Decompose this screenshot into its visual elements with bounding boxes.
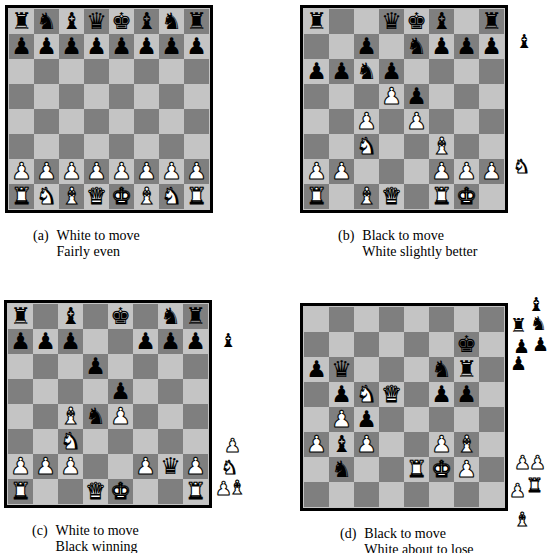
square-a-c6 xyxy=(59,59,84,84)
square-d-d6 xyxy=(379,357,404,382)
square-a-e5 xyxy=(109,84,134,109)
square-b-e6 xyxy=(404,59,429,84)
caption-c-line2: Black winning xyxy=(56,539,139,553)
square-b-g1: ♚ xyxy=(454,184,479,209)
caption-d-line1: Black to move xyxy=(364,526,473,542)
white-pawn-piece: ♟ xyxy=(185,454,206,479)
square-c-e7 xyxy=(108,329,133,354)
black-pawn-piece: ♟ xyxy=(60,329,81,354)
square-a-c4 xyxy=(59,109,84,134)
square-c-g5 xyxy=(158,379,183,404)
captured-white-pawn-icon: ♟ xyxy=(529,452,546,472)
captured-black-bishop-icon: ♝ xyxy=(516,31,533,51)
white-pawn-piece: ♟ xyxy=(135,454,156,479)
square-b-e1 xyxy=(404,184,429,209)
white-bishop-piece: ♝ xyxy=(60,404,81,429)
square-c-b5 xyxy=(33,379,58,404)
square-a-d6 xyxy=(84,59,109,84)
square-a-e8: ♚ xyxy=(109,9,134,34)
square-a-c1: ♝ xyxy=(59,184,84,209)
square-d-h4 xyxy=(479,407,504,432)
square-c-a2: ♟ xyxy=(8,454,33,479)
square-c-a3 xyxy=(8,429,33,454)
square-a-e4 xyxy=(109,109,134,134)
white-pawn-piece: ♟ xyxy=(456,457,477,482)
square-c-g8: ♞ xyxy=(158,304,183,329)
square-b-c7: ♟ xyxy=(354,34,379,59)
square-a-f6 xyxy=(134,59,159,84)
square-c-a1: ♜ xyxy=(8,479,33,504)
square-d-g5: ♟ xyxy=(454,382,479,407)
square-b-e2 xyxy=(404,159,429,184)
square-d-e1 xyxy=(404,482,429,507)
white-rook-piece: ♜ xyxy=(431,184,452,209)
square-d-b6: ♛ xyxy=(329,357,354,382)
black-knight-piece: ♞ xyxy=(331,457,352,482)
white-king-piece: ♚ xyxy=(111,184,132,209)
square-d-d2 xyxy=(379,457,404,482)
square-b-f3: ♝ xyxy=(429,134,454,159)
captured-black-rook-icon: ♜ xyxy=(510,315,527,335)
white-queen-piece: ♛ xyxy=(381,184,402,209)
square-d-h6 xyxy=(479,357,504,382)
black-pawn-piece: ♟ xyxy=(136,34,157,59)
square-a-g5 xyxy=(159,84,184,109)
captured-white-knight-icon: ♞ xyxy=(221,457,238,477)
black-pawn-piece: ♟ xyxy=(135,329,156,354)
white-rook-piece: ♜ xyxy=(11,184,32,209)
square-c-g1 xyxy=(158,479,183,504)
black-pawn-piece: ♟ xyxy=(11,34,32,59)
black-knight-piece: ♞ xyxy=(161,9,182,34)
white-king-piece: ♚ xyxy=(456,184,477,209)
caption-d-label: (d) xyxy=(340,526,356,542)
square-d-b8 xyxy=(329,307,354,332)
black-pawn-piece: ♟ xyxy=(186,34,207,59)
white-bishop-piece: ♝ xyxy=(456,432,477,457)
square-a-b1: ♞ xyxy=(34,184,59,209)
square-d-e4 xyxy=(404,407,429,432)
square-a-c5 xyxy=(59,84,84,109)
square-d-b7 xyxy=(329,332,354,357)
square-b-h6 xyxy=(479,59,504,84)
square-a-a8: ♜ xyxy=(9,9,34,34)
white-pawn-piece: ♟ xyxy=(10,454,31,479)
square-a-a4 xyxy=(9,109,34,134)
square-d-e6 xyxy=(404,357,429,382)
square-d-g3: ♝ xyxy=(454,432,479,457)
black-pawn-piece: ♟ xyxy=(481,34,502,59)
square-b-f6 xyxy=(429,59,454,84)
black-knight-piece: ♞ xyxy=(85,404,106,429)
black-rook-piece: ♜ xyxy=(481,9,502,34)
caption-a: (a) White to move Fairly even xyxy=(5,228,213,260)
square-b-d2 xyxy=(379,159,404,184)
black-pawn-piece: ♟ xyxy=(406,84,427,109)
captured-white-bishop-icon: ♝ xyxy=(229,477,246,497)
square-c-f4 xyxy=(133,404,158,429)
white-queen-piece: ♛ xyxy=(85,479,106,504)
caption-a-line2: Fairly even xyxy=(57,244,140,260)
square-a-h5 xyxy=(184,84,209,109)
square-b-g8 xyxy=(454,9,479,34)
white-pawn-piece: ♟ xyxy=(36,159,57,184)
square-b-d8: ♛ xyxy=(379,9,404,34)
square-c-b4 xyxy=(33,404,58,429)
square-c-h8: ♜ xyxy=(183,304,208,329)
square-b-g4 xyxy=(454,109,479,134)
square-c-a8: ♜ xyxy=(8,304,33,329)
square-d-c2 xyxy=(354,457,379,482)
black-king-piece: ♚ xyxy=(110,304,131,329)
square-c-c7: ♟ xyxy=(58,329,83,354)
square-b-g3 xyxy=(454,134,479,159)
square-a-h1: ♜ xyxy=(184,184,209,209)
caption-a-line1: White to move xyxy=(57,228,140,244)
square-d-e5 xyxy=(404,382,429,407)
square-a-b8: ♞ xyxy=(34,9,59,34)
square-d-h7 xyxy=(479,332,504,357)
black-pawn-piece: ♟ xyxy=(36,34,57,59)
square-c-d2 xyxy=(83,454,108,479)
square-b-h2: ♟ xyxy=(479,159,504,184)
square-a-d4 xyxy=(84,109,109,134)
white-bishop-piece: ♝ xyxy=(431,134,452,159)
square-b-e8: ♚ xyxy=(404,9,429,34)
square-d-a5 xyxy=(304,382,329,407)
caption-a-label: (a) xyxy=(33,228,49,244)
square-a-f1: ♝ xyxy=(134,184,159,209)
captured-black-pawn-icon: ♟ xyxy=(510,353,527,373)
square-c-g6 xyxy=(158,354,183,379)
square-c-a6 xyxy=(8,354,33,379)
black-queen-piece: ♛ xyxy=(160,454,181,479)
black-king-piece: ♚ xyxy=(406,9,427,34)
square-d-g8 xyxy=(454,307,479,332)
white-pawn-piece: ♟ xyxy=(331,159,352,184)
black-bishop-piece: ♝ xyxy=(136,9,157,34)
square-b-b2: ♟ xyxy=(329,159,354,184)
caption-b-label: (b) xyxy=(338,228,354,244)
square-b-d3 xyxy=(379,134,404,159)
square-a-g2: ♟ xyxy=(159,159,184,184)
chess-board-a: ♜♞♝♛♚♝♞♜♟♟♟♟♟♟♟♟♟♟♟♟♟♟♟♟♜♞♝♛♚♝♞♜ xyxy=(5,5,213,213)
square-b-b6: ♟ xyxy=(329,59,354,84)
square-a-a7: ♟ xyxy=(9,34,34,59)
square-d-e3 xyxy=(404,432,429,457)
black-king-piece: ♚ xyxy=(456,332,477,357)
square-b-c6: ♞ xyxy=(354,59,379,84)
square-a-e2: ♟ xyxy=(109,159,134,184)
square-d-f6: ♞ xyxy=(429,357,454,382)
black-rook-piece: ♜ xyxy=(10,304,31,329)
captured-white-bishop-icon: ♝ xyxy=(514,509,531,529)
square-a-a1: ♜ xyxy=(9,184,34,209)
square-a-d3 xyxy=(84,134,109,159)
square-d-c8 xyxy=(354,307,379,332)
square-d-c4: ♟ xyxy=(354,407,379,432)
square-d-b4: ♟ xyxy=(329,407,354,432)
square-b-e4: ♟ xyxy=(404,109,429,134)
black-bishop-piece: ♝ xyxy=(61,9,82,34)
black-pawn-piece: ♟ xyxy=(306,357,327,382)
square-c-f2: ♟ xyxy=(133,454,158,479)
square-b-f8: ♝ xyxy=(429,9,454,34)
black-rook-piece: ♜ xyxy=(456,357,477,382)
white-rook-piece: ♜ xyxy=(306,184,327,209)
square-c-d7 xyxy=(83,329,108,354)
square-c-g4 xyxy=(158,404,183,429)
white-knight-piece: ♞ xyxy=(356,134,377,159)
white-queen-piece: ♛ xyxy=(381,382,402,407)
caption-c-line1: White to move xyxy=(56,523,139,539)
square-d-h5 xyxy=(479,382,504,407)
white-king-piece: ♚ xyxy=(110,479,131,504)
square-a-c2: ♟ xyxy=(59,159,84,184)
square-d-c5: ♞ xyxy=(354,382,379,407)
square-c-h3 xyxy=(183,429,208,454)
square-d-a1 xyxy=(304,482,329,507)
square-b-a6: ♟ xyxy=(304,59,329,84)
square-d-c3: ♟ xyxy=(354,432,379,457)
white-pawn-piece: ♟ xyxy=(331,407,352,432)
square-b-e7: ♞ xyxy=(404,34,429,59)
square-c-a7: ♟ xyxy=(8,329,33,354)
caption-c-label: (c) xyxy=(32,523,48,539)
square-a-h2: ♟ xyxy=(184,159,209,184)
square-d-d7 xyxy=(379,332,404,357)
chess-board-b: ♜♛♚♝♜♟♞♟♟♟♟♟♞♟♟♟♟♟♞♝♟♟♟♟♟♜♝♛♜♚ xyxy=(300,5,508,213)
white-pawn-piece: ♟ xyxy=(161,159,182,184)
square-b-a4 xyxy=(304,109,329,134)
black-pawn-piece: ♟ xyxy=(110,379,131,404)
square-a-f3 xyxy=(134,134,159,159)
square-a-h7: ♟ xyxy=(184,34,209,59)
black-pawn-piece: ♟ xyxy=(111,34,132,59)
square-b-f2: ♟ xyxy=(429,159,454,184)
square-b-a5 xyxy=(304,84,329,109)
board-unit-d: ♚♟♛♞♜♟♞♛♟♟♟♟♟♝♟♟♝♞♜♚♟ (d) Black to move … xyxy=(300,303,508,553)
square-b-h5 xyxy=(479,84,504,109)
white-pawn-piece: ♟ xyxy=(11,159,32,184)
black-pawn-piece: ♟ xyxy=(331,59,352,84)
square-b-g5 xyxy=(454,84,479,109)
white-pawn-piece: ♟ xyxy=(431,159,452,184)
square-a-f7: ♟ xyxy=(134,34,159,59)
black-queen-piece: ♛ xyxy=(381,9,402,34)
black-pawn-piece: ♟ xyxy=(160,329,181,354)
square-d-a6: ♟ xyxy=(304,357,329,382)
square-b-d7 xyxy=(379,34,404,59)
caption-d: (d) Black to move White about to lose xyxy=(300,526,508,553)
square-a-a2: ♟ xyxy=(9,159,34,184)
square-c-d4: ♞ xyxy=(83,404,108,429)
square-c-c5 xyxy=(58,379,83,404)
square-a-d5 xyxy=(84,84,109,109)
white-pawn-piece: ♟ xyxy=(381,84,402,109)
square-a-g4 xyxy=(159,109,184,134)
black-queen-piece: ♛ xyxy=(331,357,352,382)
square-b-a1: ♜ xyxy=(304,184,329,209)
white-bishop-piece: ♝ xyxy=(356,184,377,209)
square-c-b6 xyxy=(33,354,58,379)
square-c-a4 xyxy=(8,404,33,429)
square-c-f6 xyxy=(133,354,158,379)
square-b-h7: ♟ xyxy=(479,34,504,59)
square-d-h2 xyxy=(479,457,504,482)
captured-black-bishop-icon: ♝ xyxy=(528,294,545,314)
square-a-b6 xyxy=(34,59,59,84)
square-c-c2: ♟ xyxy=(58,454,83,479)
square-d-h1 xyxy=(479,482,504,507)
square-c-d6: ♟ xyxy=(83,354,108,379)
white-pawn-piece: ♟ xyxy=(306,159,327,184)
black-pawn-piece: ♟ xyxy=(61,34,82,59)
square-b-b1 xyxy=(329,184,354,209)
square-b-b5 xyxy=(329,84,354,109)
black-rook-piece: ♜ xyxy=(185,304,206,329)
square-d-a7 xyxy=(304,332,329,357)
square-d-g7: ♚ xyxy=(454,332,479,357)
black-queen-piece: ♛ xyxy=(86,9,107,34)
square-b-a2: ♟ xyxy=(304,159,329,184)
white-pawn-piece: ♟ xyxy=(136,159,157,184)
square-a-a5 xyxy=(9,84,34,109)
square-d-f8 xyxy=(429,307,454,332)
captured-black-knight-icon: ♞ xyxy=(530,313,547,333)
white-pawn-piece: ♟ xyxy=(60,454,81,479)
square-a-a3 xyxy=(9,134,34,159)
white-knight-piece: ♞ xyxy=(36,184,57,209)
square-a-e7: ♟ xyxy=(109,34,134,59)
white-knight-piece: ♞ xyxy=(356,382,377,407)
square-b-f4 xyxy=(429,109,454,134)
square-c-h5 xyxy=(183,379,208,404)
square-b-g2: ♟ xyxy=(454,159,479,184)
square-b-b3 xyxy=(329,134,354,159)
black-rook-piece: ♜ xyxy=(186,9,207,34)
black-pawn-piece: ♟ xyxy=(356,407,377,432)
square-d-a3: ♟ xyxy=(304,432,329,457)
white-rook-piece: ♜ xyxy=(185,479,206,504)
square-a-g7: ♟ xyxy=(159,34,184,59)
square-a-h8: ♜ xyxy=(184,9,209,34)
square-b-b8 xyxy=(329,9,354,34)
square-a-g8: ♞ xyxy=(159,9,184,34)
caption-b: (b) Black to move White slightly better xyxy=(300,228,508,260)
black-pawn-piece: ♟ xyxy=(35,329,56,354)
square-d-g6: ♜ xyxy=(454,357,479,382)
square-a-e3 xyxy=(109,134,134,159)
square-b-f7: ♟ xyxy=(429,34,454,59)
square-d-g1 xyxy=(454,482,479,507)
black-pawn-piece: ♟ xyxy=(331,382,352,407)
black-pawn-piece: ♟ xyxy=(381,59,402,84)
black-pawn-piece: ♟ xyxy=(456,382,477,407)
square-c-c1 xyxy=(58,479,83,504)
square-a-f4 xyxy=(134,109,159,134)
square-b-e5: ♟ xyxy=(404,84,429,109)
square-a-c7: ♟ xyxy=(59,34,84,59)
square-a-d8: ♛ xyxy=(84,9,109,34)
white-pawn-piece: ♟ xyxy=(356,432,377,457)
square-b-a3 xyxy=(304,134,329,159)
square-a-g1: ♞ xyxy=(159,184,184,209)
square-b-c1: ♝ xyxy=(354,184,379,209)
square-c-d5 xyxy=(83,379,108,404)
black-pawn-piece: ♟ xyxy=(306,59,327,84)
square-c-b3 xyxy=(33,429,58,454)
square-c-e6 xyxy=(108,354,133,379)
white-pawn-piece: ♟ xyxy=(456,159,477,184)
square-d-b1 xyxy=(329,482,354,507)
square-d-f5: ♟ xyxy=(429,382,454,407)
square-b-h8: ♜ xyxy=(479,9,504,34)
square-a-d7: ♟ xyxy=(84,34,109,59)
square-d-d5: ♛ xyxy=(379,382,404,407)
black-pawn-piece: ♟ xyxy=(431,382,452,407)
white-bishop-piece: ♝ xyxy=(61,184,82,209)
square-b-c4: ♟ xyxy=(354,109,379,134)
captured-white-rook-icon: ♜ xyxy=(526,475,543,495)
black-rook-piece: ♜ xyxy=(306,9,327,34)
square-d-d1 xyxy=(379,482,404,507)
black-king-piece: ♚ xyxy=(111,9,132,34)
white-king-piece: ♚ xyxy=(431,457,452,482)
square-a-b4 xyxy=(34,109,59,134)
square-a-b2: ♟ xyxy=(34,159,59,184)
caption-b-line2: White slightly better xyxy=(362,244,477,260)
black-knight-piece: ♞ xyxy=(36,9,57,34)
white-rook-piece: ♜ xyxy=(186,184,207,209)
white-pawn-piece: ♟ xyxy=(110,404,131,429)
square-d-h3 xyxy=(479,432,504,457)
black-pawn-piece: ♟ xyxy=(431,34,452,59)
white-rook-piece: ♜ xyxy=(406,457,427,482)
captured-black-pawn-icon: ♟ xyxy=(532,334,549,354)
square-d-d3 xyxy=(379,432,404,457)
square-b-c2 xyxy=(354,159,379,184)
square-a-f8: ♝ xyxy=(134,9,159,34)
square-d-h8 xyxy=(479,307,504,332)
board-unit-c: ♜♝♚♞♜♟♟♟♟♟♟♟♟♝♞♟♞♟♟♟♟♛♟♜♛♚♜ (c) White to… xyxy=(4,300,212,553)
white-pawn-piece: ♟ xyxy=(61,159,82,184)
square-a-c8: ♝ xyxy=(59,9,84,34)
square-d-a8 xyxy=(304,307,329,332)
square-a-b7: ♟ xyxy=(34,34,59,59)
square-c-b7: ♟ xyxy=(33,329,58,354)
white-pawn-piece: ♟ xyxy=(406,109,427,134)
square-d-b2: ♞ xyxy=(329,457,354,482)
white-pawn-piece: ♟ xyxy=(431,432,452,457)
square-d-a4 xyxy=(304,407,329,432)
square-b-d1: ♛ xyxy=(379,184,404,209)
chess-board-d: ♚♟♛♞♜♟♞♛♟♟♟♟♟♝♟♟♝♞♜♚♟ xyxy=(300,303,508,511)
white-knight-piece: ♞ xyxy=(60,429,81,454)
caption-c: (c) White to move Black winning xyxy=(4,523,212,553)
black-pawn-piece: ♟ xyxy=(10,329,31,354)
square-c-c4: ♝ xyxy=(58,404,83,429)
square-a-e1: ♚ xyxy=(109,184,134,209)
square-b-d4 xyxy=(379,109,404,134)
square-b-f5 xyxy=(429,84,454,109)
black-bishop-piece: ♝ xyxy=(60,304,81,329)
square-b-a7 xyxy=(304,34,329,59)
black-pawn-piece: ♟ xyxy=(456,34,477,59)
square-c-f5 xyxy=(133,379,158,404)
square-c-e1: ♚ xyxy=(108,479,133,504)
square-d-b5: ♟ xyxy=(329,382,354,407)
